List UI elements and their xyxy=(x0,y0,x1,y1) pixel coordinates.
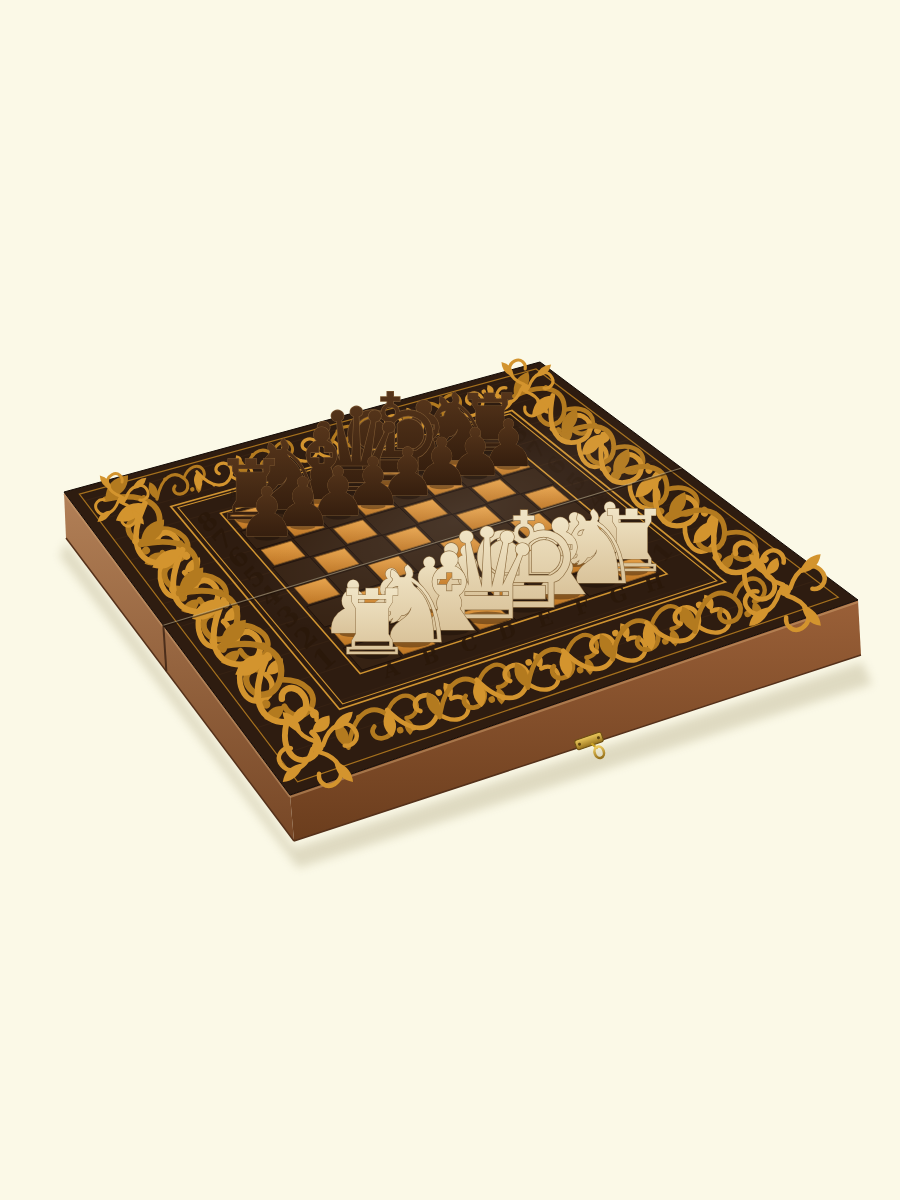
scene-canvas: 1122334455667788AABBCCDDEEFFGGHH♜♞♟♝♟♚♟♛… xyxy=(0,0,900,1200)
chess-set-product-photo: 1122334455667788AABBCCDDEEFFGGHH♜♞♟♝♟♚♟♛… xyxy=(0,0,900,1200)
piece-white-rook-a1: ♜ xyxy=(332,570,413,675)
piece-black-pawn-a7: ♟ xyxy=(236,473,297,552)
